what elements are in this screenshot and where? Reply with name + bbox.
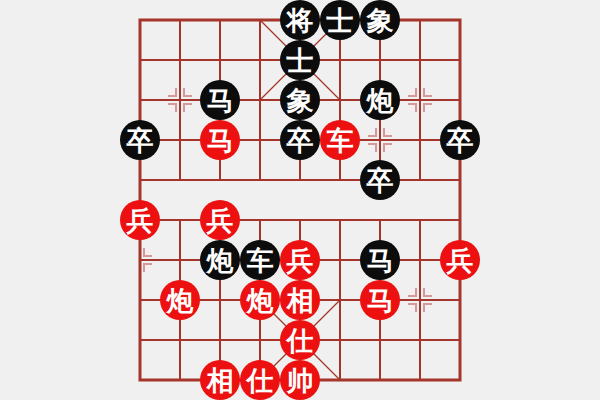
cannon-point-marker: [184, 88, 192, 96]
soldier-point-marker: [144, 248, 152, 256]
piece-black-soldier[interactable]: 卒: [440, 120, 480, 160]
soldier-point-marker: [384, 144, 392, 152]
piece-black-soldier[interactable]: 卒: [280, 120, 320, 160]
soldier-point-marker: [368, 128, 376, 136]
piece-black-general[interactable]: 将: [280, 0, 320, 40]
piece-black-elephant[interactable]: 象: [360, 0, 400, 40]
piece-black-elephant[interactable]: 象: [280, 80, 320, 120]
piece-red-horse[interactable]: 马: [200, 120, 240, 160]
piece-red-elephant[interactable]: 相: [200, 360, 240, 400]
piece-black-horse[interactable]: 马: [200, 80, 240, 120]
piece-black-chariot[interactable]: 车: [240, 240, 280, 280]
piece-black-cannon[interactable]: 炮: [200, 240, 240, 280]
piece-red-chariot[interactable]: 车: [320, 120, 360, 160]
piece-red-elephant[interactable]: 相: [280, 280, 320, 320]
piece-red-soldier[interactable]: 兵: [440, 240, 480, 280]
soldier-point-marker: [144, 264, 152, 272]
piece-black-advisor[interactable]: 士: [320, 0, 360, 40]
piece-red-general[interactable]: 帅: [280, 360, 320, 400]
piece-red-cannon[interactable]: 炮: [160, 280, 200, 320]
piece-red-advisor[interactable]: 仕: [240, 360, 280, 400]
piece-black-horse[interactable]: 马: [360, 240, 400, 280]
piece-black-soldier[interactable]: 卒: [360, 160, 400, 200]
soldier-point-marker: [384, 128, 392, 136]
cannon-point-marker: [408, 304, 416, 312]
cannon-point-marker: [424, 88, 432, 96]
piece-red-soldier[interactable]: 兵: [200, 200, 240, 240]
piece-black-cannon[interactable]: 炮: [360, 80, 400, 120]
cannon-point-marker: [168, 88, 176, 96]
xiangqi-app: 将士象士马象炮卒卒卒卒炮车马马车兵兵兵兵炮炮相马仕相仕帅: [0, 0, 600, 400]
cannon-point-marker: [184, 104, 192, 112]
piece-red-soldier[interactable]: 兵: [280, 240, 320, 280]
cannon-point-marker: [168, 104, 176, 112]
cannon-point-marker: [424, 104, 432, 112]
piece-red-horse[interactable]: 马: [360, 280, 400, 320]
cannon-point-marker: [408, 104, 416, 112]
piece-black-soldier[interactable]: 卒: [120, 120, 160, 160]
piece-black-advisor[interactable]: 士: [280, 40, 320, 80]
piece-red-cannon[interactable]: 炮: [240, 280, 280, 320]
cannon-point-marker: [408, 288, 416, 296]
cannon-point-marker: [424, 288, 432, 296]
cannon-point-marker: [408, 88, 416, 96]
piece-red-soldier[interactable]: 兵: [120, 200, 160, 240]
cannon-point-marker: [424, 304, 432, 312]
piece-red-advisor[interactable]: 仕: [280, 320, 320, 360]
soldier-point-marker: [368, 144, 376, 152]
